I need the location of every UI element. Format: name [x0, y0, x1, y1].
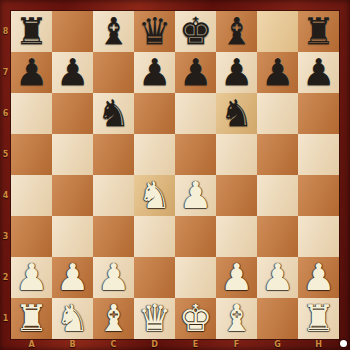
rank-label-5: 5	[0, 150, 11, 160]
square-d5[interactable]	[134, 134, 175, 175]
piece-white-pawn-g2[interactable]: ♟	[261, 257, 294, 298]
square-h5[interactable]	[298, 134, 339, 175]
square-c2[interactable]: ♟	[93, 257, 134, 298]
square-h8[interactable]: ♜	[298, 11, 339, 52]
file-label-d: D	[134, 340, 175, 350]
piece-white-bishop-f1[interactable]: ♝	[220, 298, 253, 339]
square-d7[interactable]: ♟	[134, 52, 175, 93]
piece-black-pawn-d7[interactable]: ♟	[138, 52, 171, 93]
square-c3[interactable]	[93, 216, 134, 257]
square-a1[interactable]: ♜	[11, 298, 52, 339]
square-c1[interactable]: ♝	[93, 298, 134, 339]
square-d8[interactable]: ♛	[134, 11, 175, 52]
rank-label-7: 7	[0, 68, 11, 78]
piece-white-rook-h1[interactable]: ♜	[302, 298, 335, 339]
piece-black-pawn-g7[interactable]: ♟	[261, 52, 294, 93]
square-e7[interactable]: ♟	[175, 52, 216, 93]
piece-black-king-e8[interactable]: ♚	[179, 11, 212, 52]
piece-white-pawn-a2[interactable]: ♟	[15, 257, 48, 298]
file-label-b: B	[52, 340, 93, 350]
piece-black-pawn-h7[interactable]: ♟	[302, 52, 335, 93]
file-label-f: F	[216, 340, 257, 350]
square-b6[interactable]	[52, 93, 93, 134]
rank-label-6: 6	[0, 109, 11, 119]
square-b2[interactable]: ♟	[52, 257, 93, 298]
square-a3[interactable]	[11, 216, 52, 257]
piece-black-rook-a8[interactable]: ♜	[15, 11, 48, 52]
piece-white-pawn-f2[interactable]: ♟	[220, 257, 253, 298]
rank-label-2: 2	[0, 273, 11, 283]
piece-white-knight-b1[interactable]: ♞	[56, 298, 89, 339]
square-f6[interactable]: ♞	[216, 93, 257, 134]
piece-black-bishop-f8[interactable]: ♝	[220, 11, 253, 52]
square-b8[interactable]	[52, 11, 93, 52]
piece-black-knight-c6[interactable]: ♞	[97, 93, 130, 134]
square-f5[interactable]	[216, 134, 257, 175]
square-c7[interactable]	[93, 52, 134, 93]
square-f8[interactable]: ♝	[216, 11, 257, 52]
square-a7[interactable]: ♟	[11, 52, 52, 93]
piece-white-pawn-h2[interactable]: ♟	[302, 257, 335, 298]
square-c8[interactable]: ♝	[93, 11, 134, 52]
chess-board-frame: ♜♝♛♚♝♜♟♟♟♟♟♟♟♞♞♞♟♟♟♟♟♟♟♜♞♝♛♚♝♜ 87654321A…	[0, 0, 350, 350]
piece-white-pawn-e4[interactable]: ♟	[179, 175, 212, 216]
square-a6[interactable]	[11, 93, 52, 134]
square-g5[interactable]	[257, 134, 298, 175]
square-g1[interactable]	[257, 298, 298, 339]
square-f7[interactable]: ♟	[216, 52, 257, 93]
square-f3[interactable]	[216, 216, 257, 257]
square-h3[interactable]	[298, 216, 339, 257]
square-h7[interactable]: ♟	[298, 52, 339, 93]
piece-black-pawn-f7[interactable]: ♟	[220, 52, 253, 93]
piece-white-pawn-b2[interactable]: ♟	[56, 257, 89, 298]
square-d4[interactable]: ♞	[134, 175, 175, 216]
square-a5[interactable]	[11, 134, 52, 175]
square-d1[interactable]: ♛	[134, 298, 175, 339]
square-f2[interactable]: ♟	[216, 257, 257, 298]
square-e6[interactable]	[175, 93, 216, 134]
square-g2[interactable]: ♟	[257, 257, 298, 298]
square-b7[interactable]: ♟	[52, 52, 93, 93]
square-e5[interactable]	[175, 134, 216, 175]
square-g6[interactable]	[257, 93, 298, 134]
chess-board: ♜♝♛♚♝♜♟♟♟♟♟♟♟♞♞♞♟♟♟♟♟♟♟♜♞♝♛♚♝♜	[11, 11, 339, 339]
square-e4[interactable]: ♟	[175, 175, 216, 216]
file-label-e: E	[175, 340, 216, 350]
square-d6[interactable]	[134, 93, 175, 134]
piece-white-bishop-c1[interactable]: ♝	[97, 298, 130, 339]
rank-label-1: 1	[0, 314, 11, 324]
square-f1[interactable]: ♝	[216, 298, 257, 339]
square-a8[interactable]: ♜	[11, 11, 52, 52]
piece-black-pawn-e7[interactable]: ♟	[179, 52, 212, 93]
piece-black-rook-h8[interactable]: ♜	[302, 11, 335, 52]
file-label-g: G	[257, 340, 298, 350]
square-g4[interactable]	[257, 175, 298, 216]
white-to-move-indicator	[340, 340, 347, 347]
square-c6[interactable]: ♞	[93, 93, 134, 134]
square-c4[interactable]	[93, 175, 134, 216]
rank-label-4: 4	[0, 191, 11, 201]
square-h2[interactable]: ♟	[298, 257, 339, 298]
piece-black-knight-f6[interactable]: ♞	[220, 93, 253, 134]
square-h1[interactable]: ♜	[298, 298, 339, 339]
square-h4[interactable]	[298, 175, 339, 216]
square-c5[interactable]	[93, 134, 134, 175]
piece-white-king-e1[interactable]: ♚	[179, 298, 212, 339]
piece-white-rook-a1[interactable]: ♜	[15, 298, 48, 339]
square-b4[interactable]	[52, 175, 93, 216]
square-b5[interactable]	[52, 134, 93, 175]
piece-black-pawn-a7[interactable]: ♟	[15, 52, 48, 93]
piece-white-queen-d1[interactable]: ♛	[138, 298, 171, 339]
square-g8[interactable]	[257, 11, 298, 52]
piece-black-queen-d8[interactable]: ♛	[138, 11, 171, 52]
piece-white-knight-d4[interactable]: ♞	[138, 175, 171, 216]
square-b1[interactable]: ♞	[52, 298, 93, 339]
square-b3[interactable]	[52, 216, 93, 257]
square-e3[interactable]	[175, 216, 216, 257]
file-label-a: A	[11, 340, 52, 350]
square-g3[interactable]	[257, 216, 298, 257]
square-e8[interactable]: ♚	[175, 11, 216, 52]
file-label-c: C	[93, 340, 134, 350]
piece-black-bishop-c8[interactable]: ♝	[97, 11, 130, 52]
square-a4[interactable]	[11, 175, 52, 216]
square-a2[interactable]: ♟	[11, 257, 52, 298]
square-g7[interactable]: ♟	[257, 52, 298, 93]
file-label-h: H	[298, 340, 339, 350]
square-e2[interactable]	[175, 257, 216, 298]
piece-black-pawn-b7[interactable]: ♟	[56, 52, 89, 93]
square-f4[interactable]	[216, 175, 257, 216]
piece-white-pawn-c2[interactable]: ♟	[97, 257, 130, 298]
square-d2[interactable]	[134, 257, 175, 298]
square-h6[interactable]	[298, 93, 339, 134]
rank-label-8: 8	[0, 27, 11, 37]
square-d3[interactable]	[134, 216, 175, 257]
rank-label-3: 3	[0, 232, 11, 242]
square-e1[interactable]: ♚	[175, 298, 216, 339]
